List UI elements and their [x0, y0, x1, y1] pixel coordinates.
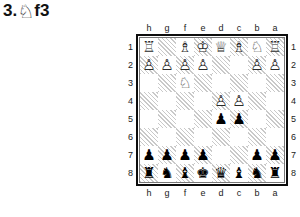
- square-h4[interactable]: [140, 92, 158, 110]
- square-d6[interactable]: [212, 128, 230, 146]
- file-label-b: b: [248, 188, 266, 198]
- board-frame: ♜♖♝♗♚♔♛♕♝♗♞♘♜♖♟♙♟♙♟♙♟♙♟♙♟♙♞♘♟♙♟♙♟♟♟♟♟♟♟♟…: [136, 34, 288, 186]
- file-label-e: e: [194, 23, 212, 33]
- square-d7[interactable]: [212, 146, 230, 164]
- white-pawn-piece: ♟♙: [230, 92, 248, 110]
- square-e2[interactable]: ♟♙: [194, 56, 212, 74]
- square-b1[interactable]: ♞♘: [248, 38, 266, 56]
- square-c5[interactable]: ♟: [230, 110, 248, 128]
- white-queen-piece: ♛♕: [212, 38, 230, 56]
- square-a1[interactable]: ♜♖: [266, 38, 284, 56]
- square-f4[interactable]: [176, 92, 194, 110]
- file-label-a: a: [266, 23, 284, 33]
- square-a7[interactable]: ♟: [266, 146, 284, 164]
- white-bishop-piece: ♝♗: [176, 38, 194, 56]
- black-rook-piece: ♜: [140, 164, 158, 182]
- square-g7[interactable]: ♟: [158, 146, 176, 164]
- black-pawn-piece: ♟: [212, 110, 230, 128]
- white-pawn-piece: ♟♙: [194, 56, 212, 74]
- square-b2[interactable]: ♟♙: [248, 56, 266, 74]
- square-f2[interactable]: ♟♙: [176, 56, 194, 74]
- square-d3[interactable]: [212, 74, 230, 92]
- square-f8[interactable]: ♝: [176, 164, 194, 182]
- square-e6[interactable]: [194, 128, 212, 146]
- black-knight-piece: ♞: [248, 164, 266, 182]
- black-pawn-piece: ♟: [158, 146, 176, 164]
- file-label-b: b: [248, 23, 266, 33]
- white-king-piece: ♚♔: [194, 38, 212, 56]
- square-e7[interactable]: ♟: [194, 146, 212, 164]
- square-g3[interactable]: [158, 74, 176, 92]
- white-knight-piece: ♞♘: [248, 38, 266, 56]
- rank-label-5: 5: [125, 110, 133, 128]
- file-label-h: h: [140, 188, 158, 198]
- file-label-g: g: [158, 188, 176, 198]
- move-target: f3: [34, 1, 49, 21]
- white-pawn-piece: ♟♙: [140, 56, 158, 74]
- square-g6[interactable]: [158, 128, 176, 146]
- rank-label-5: 5: [291, 110, 299, 128]
- white-pawn-piece: ♟♙: [158, 56, 176, 74]
- rank-label-1: 1: [291, 38, 299, 56]
- square-e5[interactable]: [194, 110, 212, 128]
- square-h7[interactable]: ♟: [140, 146, 158, 164]
- file-label-c: c: [230, 188, 248, 198]
- black-bishop-piece: ♝: [230, 164, 248, 182]
- rank-label-7: 7: [125, 146, 133, 164]
- square-e1[interactable]: ♚♔: [194, 38, 212, 56]
- square-d8[interactable]: ♛: [212, 164, 230, 182]
- square-h1[interactable]: ♜♖: [140, 38, 158, 56]
- rank-label-4: 4: [125, 92, 133, 110]
- square-c1[interactable]: ♝♗: [230, 38, 248, 56]
- black-pawn-piece: ♟: [266, 146, 284, 164]
- white-rook-piece: ♜♖: [140, 38, 158, 56]
- white-pawn-piece: ♟♙: [212, 92, 230, 110]
- square-d5[interactable]: ♟: [212, 110, 230, 128]
- move-label: 3.♘f3: [3, 0, 49, 22]
- square-a5[interactable]: [266, 110, 284, 128]
- file-label-g: g: [158, 23, 176, 33]
- rank-label-3: 3: [125, 74, 133, 92]
- square-g5[interactable]: [158, 110, 176, 128]
- black-pawn-piece: ♟: [194, 146, 212, 164]
- square-h6[interactable]: [140, 128, 158, 146]
- black-pawn-piece: ♟: [248, 146, 266, 164]
- square-e8[interactable]: ♚: [194, 164, 212, 182]
- square-d2[interactable]: [212, 56, 230, 74]
- square-b7[interactable]: ♟: [248, 146, 266, 164]
- square-a8[interactable]: ♜: [266, 164, 284, 182]
- square-a2[interactable]: ♟♙: [266, 56, 284, 74]
- square-g8[interactable]: ♞: [158, 164, 176, 182]
- board-squares: ♜♖♝♗♚♔♛♕♝♗♞♘♜♖♟♙♟♙♟♙♟♙♟♙♟♙♞♘♟♙♟♙♟♟♟♟♟♟♟♟…: [139, 37, 285, 183]
- square-g4[interactable]: [158, 92, 176, 110]
- square-h3[interactable]: [140, 74, 158, 92]
- square-h8[interactable]: ♜: [140, 164, 158, 182]
- black-king-piece: ♚: [194, 164, 212, 182]
- rank-label-3: 3: [291, 74, 299, 92]
- rank-labels-right: 12345678: [288, 34, 299, 186]
- black-queen-piece: ♛: [212, 164, 230, 182]
- knight-icon: ♘: [17, 0, 34, 22]
- file-label-f: f: [176, 188, 194, 198]
- square-c2[interactable]: [230, 56, 248, 74]
- black-pawn-piece: ♟: [230, 110, 248, 128]
- square-b5[interactable]: [248, 110, 266, 128]
- white-pawn-piece: ♟♙: [248, 56, 266, 74]
- black-pawn-piece: ♟: [140, 146, 158, 164]
- file-label-d: d: [212, 188, 230, 198]
- square-c6[interactable]: [230, 128, 248, 146]
- square-f3[interactable]: ♞♘: [176, 74, 194, 92]
- white-pawn-piece: ♟♙: [266, 56, 284, 74]
- file-label-f: f: [176, 23, 194, 33]
- square-c4[interactable]: ♟♙: [230, 92, 248, 110]
- black-bishop-piece: ♝: [176, 164, 194, 182]
- rank-label-4: 4: [291, 92, 299, 110]
- rank-label-6: 6: [125, 128, 133, 146]
- move-number: 3.: [3, 1, 17, 21]
- square-d4[interactable]: ♟♙: [212, 92, 230, 110]
- file-label-a: a: [266, 188, 284, 198]
- rank-label-8: 8: [125, 164, 133, 182]
- black-rook-piece: ♜: [266, 164, 284, 182]
- file-label-e: e: [194, 188, 212, 198]
- square-f1[interactable]: ♝♗: [176, 38, 194, 56]
- rank-label-8: 8: [291, 164, 299, 182]
- square-b3[interactable]: [248, 74, 266, 92]
- square-g1[interactable]: [158, 38, 176, 56]
- square-a3[interactable]: [266, 74, 284, 92]
- square-c7[interactable]: [230, 146, 248, 164]
- square-c3[interactable]: [230, 74, 248, 92]
- square-e3[interactable]: [194, 74, 212, 92]
- square-h5[interactable]: [140, 110, 158, 128]
- square-g2[interactable]: ♟♙: [158, 56, 176, 74]
- white-knight-piece: ♞♘: [176, 74, 194, 92]
- file-labels-top: hgfedcba: [136, 22, 288, 34]
- rank-label-7: 7: [291, 146, 299, 164]
- white-pawn-piece: ♟♙: [176, 56, 194, 74]
- square-b8[interactable]: ♞: [248, 164, 266, 182]
- file-label-h: h: [140, 23, 158, 33]
- square-b4[interactable]: [248, 92, 266, 110]
- square-f5[interactable]: [176, 110, 194, 128]
- square-f6[interactable]: [176, 128, 194, 146]
- rank-label-6: 6: [291, 128, 299, 146]
- square-d1[interactable]: ♛♕: [212, 38, 230, 56]
- square-b6[interactable]: [248, 128, 266, 146]
- rank-label-2: 2: [291, 56, 299, 74]
- square-a4[interactable]: [266, 92, 284, 110]
- square-e4[interactable]: [194, 92, 212, 110]
- rank-labels-left: 12345678: [125, 34, 136, 186]
- black-pawn-piece: ♟: [176, 146, 194, 164]
- file-label-d: d: [212, 23, 230, 33]
- white-rook-piece: ♜♖: [266, 38, 284, 56]
- square-c8[interactable]: ♝: [230, 164, 248, 182]
- square-f7[interactable]: ♟: [176, 146, 194, 164]
- white-bishop-piece: ♝♗: [230, 38, 248, 56]
- rank-label-2: 2: [125, 56, 133, 74]
- black-knight-piece: ♞: [158, 164, 176, 182]
- chess-diagram: hgfedcba 12345678 ♜♖♝♗♚♔♛♕♝♗♞♘♜♖♟♙♟♙♟♙♟♙…: [125, 22, 299, 198]
- file-labels-bottom: hgfedcba: [136, 186, 288, 198]
- square-h2[interactable]: ♟♙: [140, 56, 158, 74]
- rank-label-1: 1: [125, 38, 133, 56]
- square-a6[interactable]: [266, 128, 284, 146]
- file-label-c: c: [230, 23, 248, 33]
